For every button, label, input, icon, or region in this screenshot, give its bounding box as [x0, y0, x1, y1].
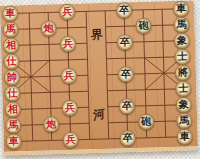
xiangqi-board: 界 河 車馬相仕帥仕相馬車炮炮兵兵兵兵兵卒卒卒卒卒砲砲車馬象士將士象馬車 — [0, 0, 198, 155]
board-grid — [0, 0, 198, 151]
photo-background: 界 河 車馬相仕帥仕相馬車炮炮兵兵兵兵兵卒卒卒卒卒砲砲車馬象士將士象馬車 — [0, 0, 200, 159]
